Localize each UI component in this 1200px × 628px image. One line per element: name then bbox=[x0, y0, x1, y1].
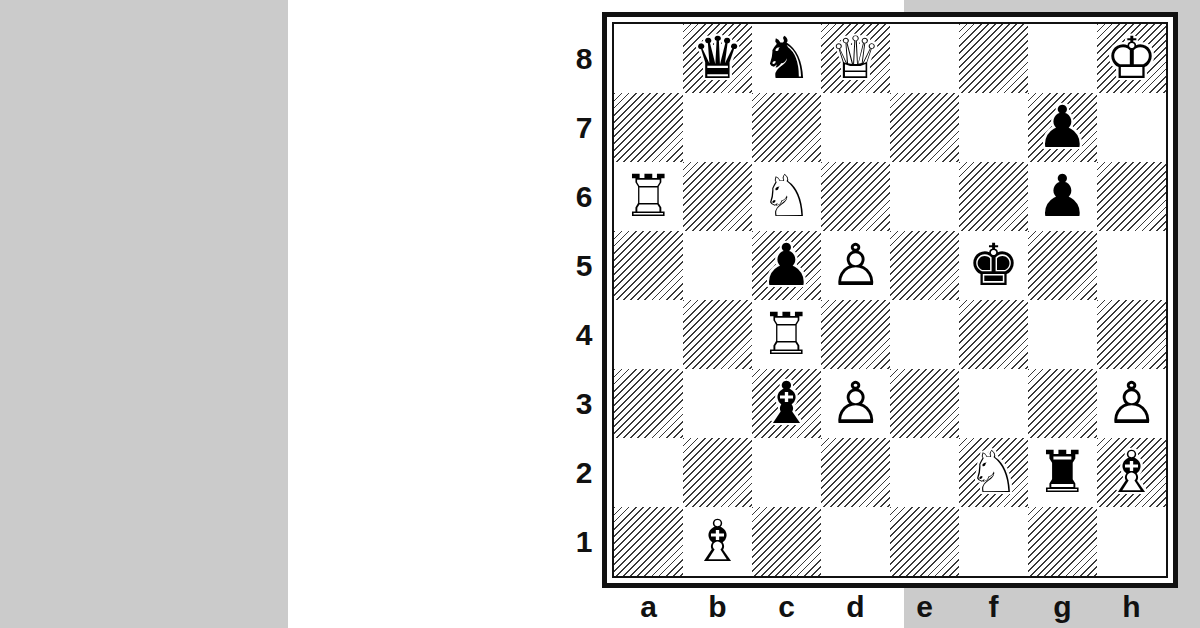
rank-label-2: 2 bbox=[570, 438, 598, 507]
file-label-c: c bbox=[752, 590, 821, 624]
square-h7[interactable] bbox=[1097, 93, 1166, 162]
square-f8[interactable] bbox=[959, 24, 1028, 93]
white-pawn: ♟♙ bbox=[821, 369, 890, 438]
white-knight: ♞♘ bbox=[959, 438, 1028, 507]
square-h5[interactable] bbox=[1097, 231, 1166, 300]
square-f2[interactable]: ♞♘ bbox=[959, 438, 1028, 507]
file-label-e: e bbox=[890, 590, 959, 624]
black-king: ♚ bbox=[959, 231, 1028, 300]
square-c8[interactable]: ♞ bbox=[752, 24, 821, 93]
square-d2[interactable] bbox=[821, 438, 890, 507]
square-c1[interactable] bbox=[752, 507, 821, 576]
rank-label-6: 6 bbox=[570, 162, 598, 231]
chess-board-frame: ♛♞♛♕♚♔♟♜♖♞♘♟♟♟♙♚♜♖♝♟♙♟♙♞♘♜♝♗♝♗ bbox=[602, 12, 1178, 588]
square-d3[interactable]: ♟♙ bbox=[821, 369, 890, 438]
file-labels: abcdefgh bbox=[614, 590, 1166, 624]
rank-label-5: 5 bbox=[570, 231, 598, 300]
square-h3[interactable]: ♟♙ bbox=[1097, 369, 1166, 438]
square-d7[interactable] bbox=[821, 93, 890, 162]
square-c3[interactable]: ♝ bbox=[752, 369, 821, 438]
square-c6[interactable]: ♞♘ bbox=[752, 162, 821, 231]
square-f6[interactable] bbox=[959, 162, 1028, 231]
rank-labels: 87654321 bbox=[570, 24, 598, 576]
square-e7[interactable] bbox=[890, 93, 959, 162]
rank-label-4: 4 bbox=[570, 300, 598, 369]
black-pawn: ♟ bbox=[1028, 162, 1097, 231]
square-g8[interactable] bbox=[1028, 24, 1097, 93]
square-a8[interactable] bbox=[614, 24, 683, 93]
white-king: ♚♔ bbox=[1097, 24, 1166, 93]
white-pawn: ♟♙ bbox=[821, 231, 890, 300]
square-d1[interactable] bbox=[821, 507, 890, 576]
file-label-g: g bbox=[1028, 590, 1097, 624]
square-h8[interactable]: ♚♔ bbox=[1097, 24, 1166, 93]
file-label-b: b bbox=[683, 590, 752, 624]
black-queen: ♛ bbox=[683, 24, 752, 93]
page: 87654321 ♛♞♛♕♚♔♟♜♖♞♘♟♟♟♙♚♜♖♝♟♙♟♙♞♘♜♝♗♝♗ … bbox=[0, 0, 1200, 628]
square-b8[interactable]: ♛ bbox=[683, 24, 752, 93]
square-d6[interactable] bbox=[821, 162, 890, 231]
square-f5[interactable]: ♚ bbox=[959, 231, 1028, 300]
rank-label-1: 1 bbox=[570, 507, 598, 576]
square-a3[interactable] bbox=[614, 369, 683, 438]
rank-label-7: 7 bbox=[570, 93, 598, 162]
square-f4[interactable] bbox=[959, 300, 1028, 369]
rank-label-3: 3 bbox=[570, 369, 598, 438]
square-e2[interactable] bbox=[890, 438, 959, 507]
white-rook: ♜♖ bbox=[752, 300, 821, 369]
square-e3[interactable] bbox=[890, 369, 959, 438]
square-b3[interactable] bbox=[683, 369, 752, 438]
square-e4[interactable] bbox=[890, 300, 959, 369]
square-f3[interactable] bbox=[959, 369, 1028, 438]
square-g3[interactable] bbox=[1028, 369, 1097, 438]
square-a4[interactable] bbox=[614, 300, 683, 369]
square-h6[interactable] bbox=[1097, 162, 1166, 231]
square-e6[interactable] bbox=[890, 162, 959, 231]
square-d8[interactable]: ♛♕ bbox=[821, 24, 890, 93]
file-label-h: h bbox=[1097, 590, 1166, 624]
square-h4[interactable] bbox=[1097, 300, 1166, 369]
square-c7[interactable] bbox=[752, 93, 821, 162]
square-e1[interactable] bbox=[890, 507, 959, 576]
square-b1[interactable]: ♝♗ bbox=[683, 507, 752, 576]
square-b6[interactable] bbox=[683, 162, 752, 231]
rank-label-8: 8 bbox=[570, 24, 598, 93]
square-c5[interactable]: ♟ bbox=[752, 231, 821, 300]
white-knight: ♞♘ bbox=[752, 162, 821, 231]
square-a6[interactable]: ♜♖ bbox=[614, 162, 683, 231]
square-g2[interactable]: ♜ bbox=[1028, 438, 1097, 507]
square-e8[interactable] bbox=[890, 24, 959, 93]
square-b5[interactable] bbox=[683, 231, 752, 300]
square-a1[interactable] bbox=[614, 507, 683, 576]
square-a2[interactable] bbox=[614, 438, 683, 507]
white-pawn: ♟♙ bbox=[1097, 369, 1166, 438]
square-d5[interactable]: ♟♙ bbox=[821, 231, 890, 300]
black-knight: ♞ bbox=[752, 24, 821, 93]
square-g1[interactable] bbox=[1028, 507, 1097, 576]
file-label-a: a bbox=[614, 590, 683, 624]
square-g7[interactable]: ♟ bbox=[1028, 93, 1097, 162]
square-f7[interactable] bbox=[959, 93, 1028, 162]
square-g5[interactable] bbox=[1028, 231, 1097, 300]
square-b4[interactable] bbox=[683, 300, 752, 369]
square-d4[interactable] bbox=[821, 300, 890, 369]
square-h1[interactable] bbox=[1097, 507, 1166, 576]
square-c4[interactable]: ♜♖ bbox=[752, 300, 821, 369]
file-label-f: f bbox=[959, 590, 1028, 624]
square-g4[interactable] bbox=[1028, 300, 1097, 369]
black-pawn: ♟ bbox=[752, 231, 821, 300]
square-e5[interactable] bbox=[890, 231, 959, 300]
square-a5[interactable] bbox=[614, 231, 683, 300]
square-h2[interactable]: ♝♗ bbox=[1097, 438, 1166, 507]
black-pawn: ♟ bbox=[1028, 93, 1097, 162]
square-g6[interactable]: ♟ bbox=[1028, 162, 1097, 231]
white-bishop: ♝♗ bbox=[683, 507, 752, 576]
white-rook: ♜♖ bbox=[614, 162, 683, 231]
file-label-d: d bbox=[821, 590, 890, 624]
white-bishop: ♝♗ bbox=[1097, 438, 1166, 507]
diagram-panel: 87654321 ♛♞♛♕♚♔♟♜♖♞♘♟♟♟♙♚♜♖♝♟♙♟♙♞♘♜♝♗♝♗ … bbox=[288, 0, 904, 628]
black-bishop: ♝ bbox=[752, 369, 821, 438]
square-a7[interactable] bbox=[614, 93, 683, 162]
square-b7[interactable] bbox=[683, 93, 752, 162]
black-rook: ♜ bbox=[1028, 438, 1097, 507]
square-f1[interactable] bbox=[959, 507, 1028, 576]
chess-board: ♛♞♛♕♚♔♟♜♖♞♘♟♟♟♙♚♜♖♝♟♙♟♙♞♘♜♝♗♝♗ bbox=[612, 22, 1168, 578]
square-c2[interactable] bbox=[752, 438, 821, 507]
white-queen: ♛♕ bbox=[821, 24, 890, 93]
square-b2[interactable] bbox=[683, 438, 752, 507]
